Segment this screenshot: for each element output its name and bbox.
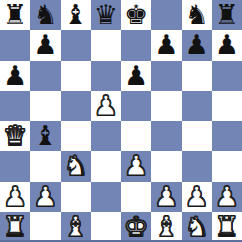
black-bishop[interactable]: ♝ — [33, 121, 57, 151]
square-b7[interactable]: ♟ — [30, 30, 60, 60]
square-g7[interactable]: ♟ — [182, 30, 212, 60]
square-c1[interactable]: ♝ — [61, 212, 91, 242]
board-grid: ♜♞♝♛♚♞♜♟♟♟♟♟♟♟♛♝♞♟♟♟♟♟♟♜♝♚♝♞♜ — [0, 0, 242, 242]
square-a1[interactable]: ♜ — [0, 212, 30, 242]
square-b2[interactable]: ♟ — [30, 182, 60, 212]
square-e3[interactable]: ♟ — [121, 151, 151, 181]
square-e5[interactable] — [121, 91, 151, 121]
square-g6[interactable] — [182, 61, 212, 91]
square-e1[interactable]: ♚ — [121, 212, 151, 242]
square-d7[interactable] — [91, 30, 121, 60]
square-e6[interactable]: ♟ — [121, 61, 151, 91]
square-c6[interactable] — [61, 61, 91, 91]
black-rook[interactable]: ♜ — [215, 0, 239, 30]
square-g1[interactable]: ♞ — [182, 212, 212, 242]
square-c4[interactable] — [61, 121, 91, 151]
white-bishop[interactable]: ♝ — [154, 212, 178, 242]
square-a2[interactable]: ♟ — [0, 182, 30, 212]
black-pawn[interactable]: ♟ — [124, 61, 148, 91]
square-a7[interactable] — [0, 30, 30, 60]
square-h6[interactable] — [212, 61, 242, 91]
square-d8[interactable]: ♛ — [91, 0, 121, 30]
square-a6[interactable]: ♟ — [0, 61, 30, 91]
square-g2[interactable]: ♟ — [182, 182, 212, 212]
square-b4[interactable]: ♝ — [30, 121, 60, 151]
black-king[interactable]: ♚ — [124, 0, 148, 30]
square-f8[interactable] — [151, 0, 181, 30]
square-b3[interactable] — [30, 151, 60, 181]
square-c2[interactable] — [61, 182, 91, 212]
square-c8[interactable]: ♝ — [61, 0, 91, 30]
square-a5[interactable] — [0, 91, 30, 121]
white-pawn[interactable]: ♟ — [94, 91, 118, 121]
square-d1[interactable] — [91, 212, 121, 242]
square-b1[interactable] — [30, 212, 60, 242]
black-queen[interactable]: ♛ — [94, 0, 118, 30]
square-f6[interactable] — [151, 61, 181, 91]
black-knight[interactable]: ♞ — [185, 0, 209, 30]
white-pawn[interactable]: ♟ — [3, 182, 27, 212]
chess-board: ♜♞♝♛♚♞♜♟♟♟♟♟♟♟♛♝♞♟♟♟♟♟♟♜♝♚♝♞♜ — [0, 0, 242, 242]
square-g3[interactable] — [182, 151, 212, 181]
white-pawn[interactable]: ♟ — [185, 182, 209, 212]
square-h1[interactable]: ♜ — [212, 212, 242, 242]
black-pawn[interactable]: ♟ — [185, 30, 209, 60]
white-rook[interactable]: ♜ — [215, 212, 239, 242]
square-h5[interactable] — [212, 91, 242, 121]
white-pawn[interactable]: ♟ — [33, 182, 57, 212]
square-h3[interactable] — [212, 151, 242, 181]
square-d6[interactable] — [91, 61, 121, 91]
square-d2[interactable] — [91, 182, 121, 212]
black-pawn[interactable]: ♟ — [3, 61, 27, 91]
black-pawn[interactable]: ♟ — [154, 30, 178, 60]
white-pawn[interactable]: ♟ — [124, 151, 148, 181]
square-f7[interactable]: ♟ — [151, 30, 181, 60]
square-a4[interactable]: ♛ — [0, 121, 30, 151]
square-b5[interactable] — [30, 91, 60, 121]
square-b6[interactable] — [30, 61, 60, 91]
square-g5[interactable] — [182, 91, 212, 121]
black-pawn[interactable]: ♟ — [33, 30, 57, 60]
white-bishop[interactable]: ♝ — [64, 212, 88, 242]
square-e2[interactable] — [121, 182, 151, 212]
square-f5[interactable] — [151, 91, 181, 121]
square-c3[interactable]: ♞ — [61, 151, 91, 181]
square-f4[interactable] — [151, 121, 181, 151]
square-g8[interactable]: ♞ — [182, 0, 212, 30]
square-e7[interactable] — [121, 30, 151, 60]
square-e4[interactable] — [121, 121, 151, 151]
black-rook[interactable]: ♜ — [3, 0, 27, 30]
white-rook[interactable]: ♜ — [3, 212, 27, 242]
white-pawn[interactable]: ♟ — [154, 182, 178, 212]
square-d5[interactable]: ♟ — [91, 91, 121, 121]
square-c5[interactable] — [61, 91, 91, 121]
square-f2[interactable]: ♟ — [151, 182, 181, 212]
square-c7[interactable] — [61, 30, 91, 60]
black-knight[interactable]: ♞ — [33, 0, 57, 30]
square-a3[interactable] — [0, 151, 30, 181]
square-h8[interactable]: ♜ — [212, 0, 242, 30]
square-h7[interactable]: ♟ — [212, 30, 242, 60]
square-h4[interactable] — [212, 121, 242, 151]
square-g4[interactable] — [182, 121, 212, 151]
white-queen[interactable]: ♛ — [3, 121, 27, 151]
square-a8[interactable]: ♜ — [0, 0, 30, 30]
square-b8[interactable]: ♞ — [30, 0, 60, 30]
square-f1[interactable]: ♝ — [151, 212, 181, 242]
black-bishop[interactable]: ♝ — [64, 0, 88, 30]
square-f3[interactable] — [151, 151, 181, 181]
white-knight[interactable]: ♞ — [64, 151, 88, 181]
square-h2[interactable]: ♟ — [212, 182, 242, 212]
square-d4[interactable] — [91, 121, 121, 151]
white-king[interactable]: ♚ — [124, 212, 148, 242]
square-d3[interactable] — [91, 151, 121, 181]
square-e8[interactable]: ♚ — [121, 0, 151, 30]
white-knight[interactable]: ♞ — [185, 212, 209, 242]
white-pawn[interactable]: ♟ — [215, 182, 239, 212]
black-pawn[interactable]: ♟ — [215, 30, 239, 60]
